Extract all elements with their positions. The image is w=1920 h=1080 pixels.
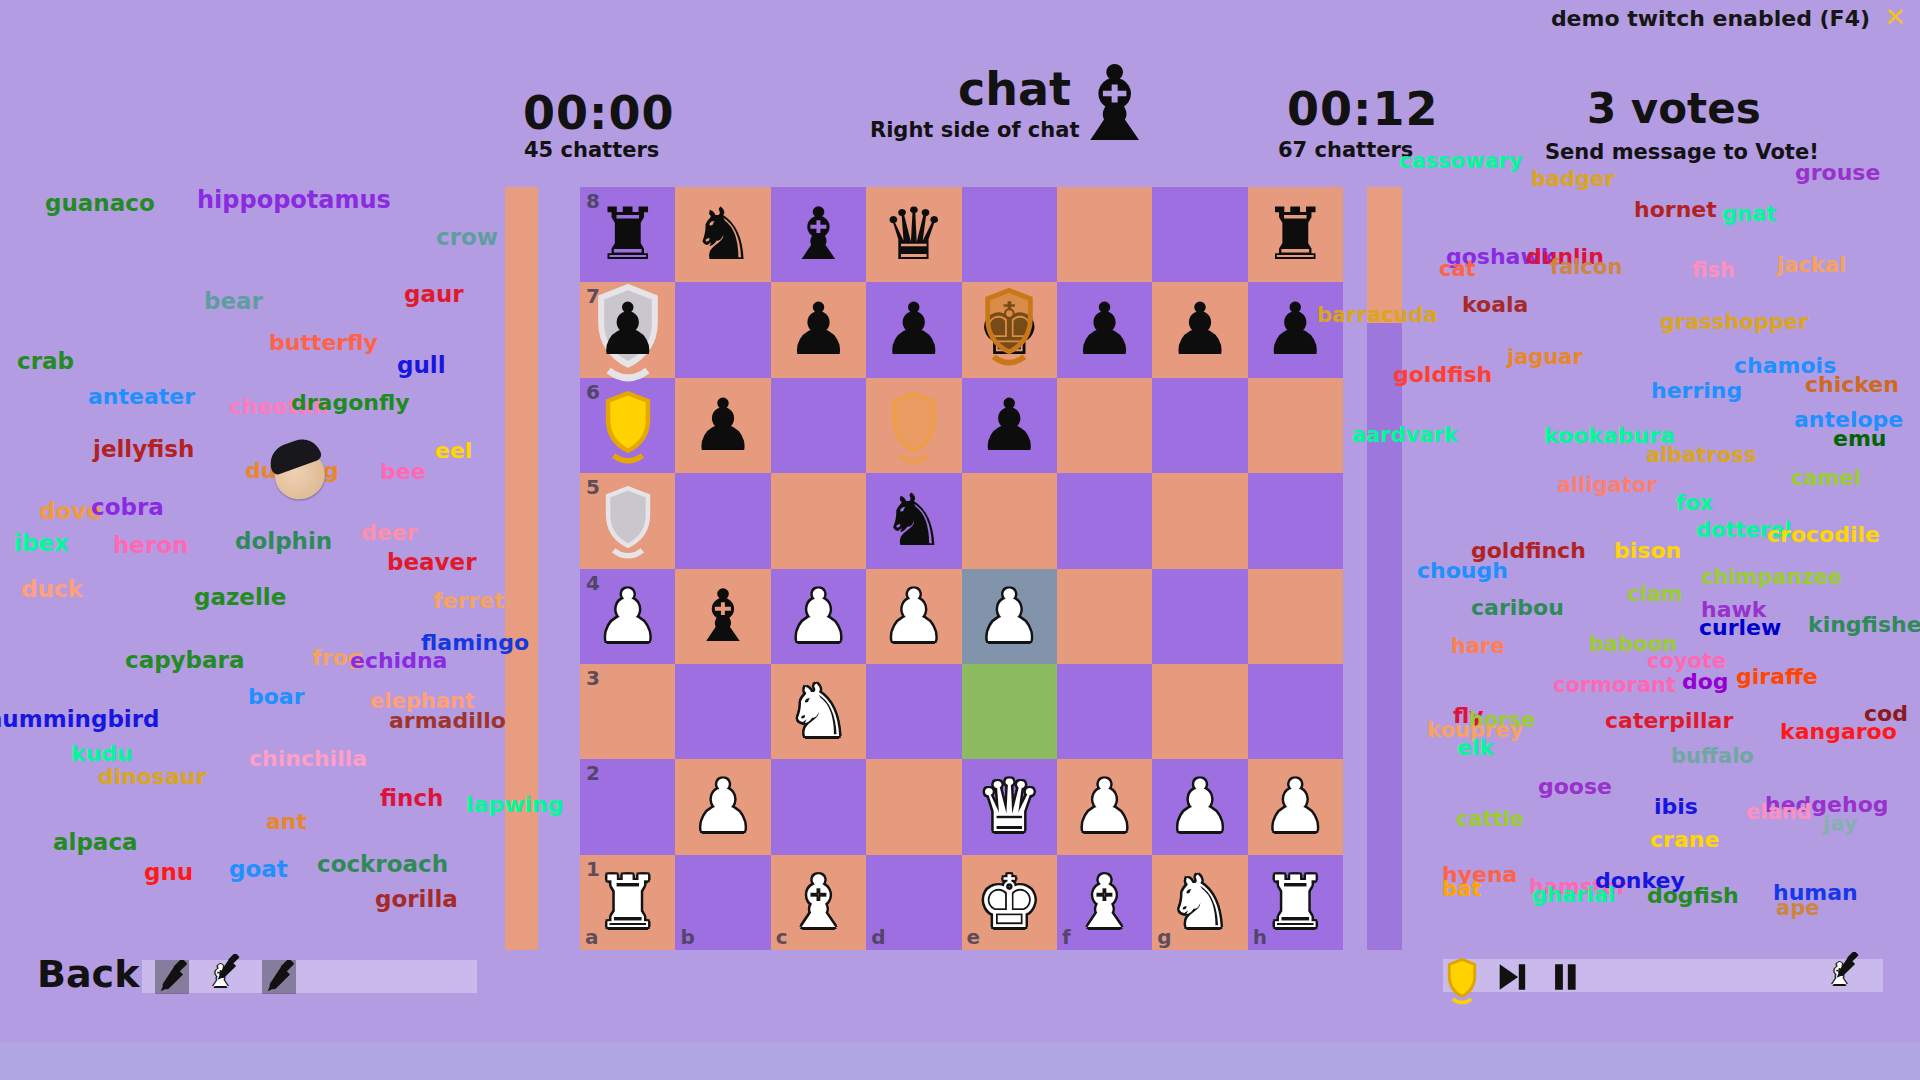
gold-shield-icon [599, 391, 657, 466]
brush-piece-button-right[interactable]: ♝ [1826, 956, 1860, 990]
square-f1[interactable]: f♝ [1057, 855, 1152, 950]
gold-shield-icon [1445, 958, 1479, 1006]
piece-black-rook: ♜ [1248, 187, 1343, 282]
square-a4[interactable]: 4♟ [580, 569, 675, 664]
square-b6[interactable]: ♟ [675, 378, 770, 473]
square-f4[interactable] [1057, 569, 1152, 664]
chess-board: 8♜♞♝♛♜7 ♟♟♟ ♚♟♟♟6 ♟ ♟5 ♞4♟♝♟♟♟3♞2♟♛♟♟♟1a… [580, 187, 1343, 950]
chatter-name-cat: cat [1439, 257, 1476, 281]
chatter-name-butterfly: butterfly [269, 330, 378, 355]
chatter-name-ferret: ferret [433, 588, 505, 613]
vote-count: 3 votes [1587, 84, 1761, 133]
chatter-name-caterpillar: caterpillar [1605, 708, 1733, 733]
chatter-name-goldfish: goldfish [1393, 362, 1492, 387]
chatter-name-albatross: albatross [1646, 443, 1756, 467]
chatter-name-falcon: falcon [1550, 255, 1622, 279]
square-a2[interactable]: 2 [580, 759, 675, 854]
square-f2[interactable]: ♟ [1057, 759, 1152, 854]
chatter-name-beaver: beaver [387, 549, 477, 575]
chatter-name-caribou: caribou [1471, 595, 1564, 620]
square-c7[interactable]: ♟ [771, 282, 866, 377]
piece-black-queen: ♛ [866, 187, 961, 282]
chatter-name-bear: bear [204, 288, 263, 314]
chatter-name-chough: chough [1417, 558, 1508, 583]
paintbrush-icon [262, 960, 296, 994]
chatter-name-aardvark: aardvark [1352, 423, 1458, 447]
chatter-name-alpaca: alpaca [53, 829, 138, 855]
chatter-name-lapwing: lapwing [466, 792, 563, 817]
left-eval-bar [505, 187, 538, 950]
chatter-name-chinchilla: chinchilla [249, 746, 367, 771]
piece-white-pawn: ♟ [1248, 759, 1343, 854]
square-f3[interactable] [1057, 664, 1152, 759]
chatter-name-koala: koala [1462, 292, 1528, 317]
chatter-name-hare: hare [1451, 634, 1505, 658]
chatter-name-barracuda: barracuda [1317, 303, 1438, 327]
chatter-name-herring: herring [1651, 378, 1742, 403]
left-chatter-count: 45 chatters [524, 138, 659, 162]
rank-label: 2 [586, 761, 600, 785]
chatter-name-fish: fish [1692, 258, 1735, 282]
rank-label: 4 [586, 571, 600, 595]
chatter-name-elk: elk [1457, 735, 1494, 760]
square-f6[interactable] [1057, 378, 1152, 473]
shield-button[interactable] [1445, 958, 1479, 992]
square-c3[interactable]: ♞ [771, 664, 866, 759]
chatter-name-capybara: capybara [125, 647, 244, 673]
chatter-name-eel: eel [435, 438, 472, 463]
chatter-name-ant: ant [266, 809, 307, 834]
square-g6[interactable] [1152, 378, 1247, 473]
square-c1[interactable]: c♝ [771, 855, 866, 950]
chatter-name-kangaroo: kangaroo [1780, 719, 1897, 744]
paintbrush-icon [155, 960, 189, 994]
square-a6[interactable]: 6 [580, 378, 675, 473]
chatter-name-ibex: ibex [14, 530, 69, 556]
square-b3[interactable] [675, 664, 770, 759]
chatter-name-heron: heron [113, 532, 189, 558]
chatter-name-cormorant: cormorant [1553, 673, 1676, 697]
chatter-name-dinosaur: dinosaur [98, 764, 207, 789]
chatter-name-echidna: echidna [350, 648, 447, 673]
square-g7[interactable]: ♟ [1152, 282, 1247, 377]
square-h1[interactable]: h♜ [1248, 855, 1343, 950]
vote-subtitle: Send message to Vote! [1545, 140, 1819, 164]
square-d8[interactable]: ♛ [866, 187, 961, 282]
chatter-name-dolphin: dolphin [235, 528, 332, 554]
piece-black-knight: ♞ [675, 187, 770, 282]
chatter-name-crow: crow [436, 224, 498, 250]
file-label: c [776, 925, 788, 949]
square-g8[interactable] [1152, 187, 1247, 282]
square-f8[interactable] [1057, 187, 1152, 282]
square-b1[interactable]: b [675, 855, 770, 950]
right-eval-bar [1367, 187, 1402, 950]
chatter-name-crab: crab [17, 348, 74, 374]
square-b4[interactable]: ♝ [675, 569, 770, 664]
square-e8[interactable] [962, 187, 1057, 282]
square-h2[interactable]: ♟ [1248, 759, 1343, 854]
brush-button-1[interactable] [155, 960, 189, 994]
file-label: d [871, 925, 885, 949]
paintbrush-icon [1832, 952, 1860, 980]
square-e4[interactable]: ♟ [962, 569, 1057, 664]
chatter-name-grasshopper: grasshopper [1660, 310, 1809, 334]
square-g1[interactable]: g♞ [1152, 855, 1247, 950]
square-e2[interactable]: ♛ [962, 759, 1057, 854]
chatter-name-badger: badger [1531, 167, 1615, 191]
chatter-name-goat: goat [229, 856, 288, 882]
square-d2[interactable] [866, 759, 961, 854]
rank-label: 1 [586, 857, 600, 881]
piece-black-pawn: ♟ [1057, 282, 1152, 377]
chatter-name-chicken: chicken [1805, 372, 1899, 397]
chat-subtitle: Right side of chat [870, 118, 1079, 142]
orange-faint-shield-icon [885, 391, 943, 466]
right-chatter-count: 67 chatters [1278, 138, 1413, 162]
chatter-name-hummingbird: hummingbird [0, 706, 160, 732]
pause-button[interactable] [1548, 960, 1582, 994]
rank-label: 3 [586, 666, 600, 690]
square-d4[interactable]: ♟ [866, 569, 961, 664]
chatter-name-cockroach: cockroach [317, 851, 448, 877]
chatter-name-grouse: grouse [1795, 160, 1880, 185]
chatter-name-dragonfly: dragonfly [291, 390, 410, 415]
skip-next-button[interactable] [1494, 960, 1528, 994]
chatter-name-fox: fox [1676, 491, 1713, 515]
chatter-name-emu: emu [1833, 426, 1887, 451]
square-c5[interactable] [771, 473, 866, 568]
bottom-band [0, 1042, 1920, 1080]
chatter-name-curlew: curlew [1699, 615, 1781, 640]
square-a8[interactable]: 8♜ [580, 187, 675, 282]
silver-shield-icon [599, 486, 657, 561]
chatter-name-goose: goose [1538, 774, 1612, 799]
chatter-name-dog: dog [1682, 669, 1729, 694]
chatter-name-finch: finch [380, 785, 443, 811]
square-d5[interactable]: ♞ [866, 473, 961, 568]
chatter-name-gorilla: gorilla [375, 886, 458, 912]
rank-label: 6 [586, 380, 600, 404]
brush-button-2[interactable] [262, 960, 296, 994]
black-clock: 00:12 [1287, 82, 1438, 136]
piece-white-pawn: ♟ [1057, 759, 1152, 854]
piece-white-pawn: ♟ [866, 569, 961, 664]
chatter-name-gnat: gnat [1722, 202, 1776, 226]
chatter-name-clam: clam [1627, 582, 1683, 606]
square-b8[interactable]: ♞ [675, 187, 770, 282]
chatter-name-eland: eland [1746, 800, 1812, 824]
rank-label: 8 [586, 189, 600, 213]
square-b5[interactable] [675, 473, 770, 568]
square-b7[interactable] [675, 282, 770, 377]
piece-black-bishop: ♝ [771, 187, 866, 282]
square-a3[interactable]: 3 [580, 664, 675, 759]
chatter-name-giraffe: giraffe [1736, 664, 1818, 689]
square-d6[interactable] [866, 378, 961, 473]
piece-black-pawn: ♟ [1248, 282, 1343, 377]
chatter-name-chimpanzee: chimpanzee [1701, 565, 1842, 589]
square-a7[interactable]: 7 ♟ [580, 282, 675, 377]
chatter-name-hornet: hornet [1634, 197, 1717, 222]
square-h4[interactable] [1248, 569, 1343, 664]
chatter-name-gazelle: gazelle [194, 584, 286, 610]
square-e1[interactable]: e♚ [962, 855, 1057, 950]
piece-black-knight: ♞ [866, 473, 961, 568]
square-h8[interactable]: ♜ [1248, 187, 1343, 282]
square-c4[interactable]: ♟ [771, 569, 866, 664]
chatter-name-crocodile: crocodile [1767, 522, 1880, 547]
square-e7[interactable]: ♚ [962, 282, 1057, 377]
chatter-name-gull: gull [397, 352, 446, 378]
chatter-name-gnu: gnu [144, 859, 193, 885]
chatter-name-kingfisher: kingfisher [1808, 612, 1920, 637]
square-f5[interactable] [1057, 473, 1152, 568]
square-c8[interactable]: ♝ [771, 187, 866, 282]
chatter-name-boar: boar [248, 684, 305, 709]
square-d7[interactable]: ♟ [866, 282, 961, 377]
piece-black-pawn: ♟ [866, 282, 961, 377]
chatter-name-duck: duck [21, 576, 83, 602]
square-g2[interactable]: ♟ [1152, 759, 1247, 854]
rank-label: 7 [586, 284, 600, 308]
skip-next-icon [1494, 960, 1528, 994]
brush-piece-button[interactable]: ♝ [207, 958, 241, 992]
square-d3[interactable] [866, 664, 961, 759]
rank-label: 5 [586, 475, 600, 499]
close-icon[interactable]: ✕ [1884, 2, 1906, 32]
file-label: g [1157, 925, 1171, 949]
chatter-name-jaguar: jaguar [1507, 345, 1583, 369]
pause-icon [1548, 960, 1582, 994]
chatter-name-bee: bee [380, 459, 426, 484]
paintbrush-icon [213, 954, 241, 982]
square-b2[interactable]: ♟ [675, 759, 770, 854]
square-c2[interactable] [771, 759, 866, 854]
chatter-name-guanaco: guanaco [45, 190, 155, 216]
chatter-name-crane: crane [1650, 827, 1719, 852]
piece-white-pawn: ♟ [675, 759, 770, 854]
piece-white-pawn: ♟ [771, 569, 866, 664]
square-e5[interactable] [962, 473, 1057, 568]
piece-white-pawn: ♟ [1152, 759, 1247, 854]
piece-black-pawn: ♟ [1152, 282, 1247, 377]
chatter-name-cassowary: cassowary [1399, 149, 1523, 173]
chatter-name-camel: camel [1791, 466, 1861, 490]
chatter-name-ape: ape [1776, 896, 1819, 920]
demo-banner-text: demo twitch enabled (F4) [1551, 6, 1870, 31]
square-e6[interactable]: ♟ [962, 378, 1057, 473]
piece-black-bishop: ♝ [675, 569, 770, 664]
square-g3[interactable] [1152, 664, 1247, 759]
black-bishop-icon: ♝ [1068, 52, 1161, 156]
square-h3[interactable] [1248, 664, 1343, 759]
chatter-name-jackal: jackal [1777, 253, 1846, 277]
left-progress-track[interactable] [142, 960, 477, 993]
piece-white-bishop: ♝ [1057, 855, 1152, 950]
piece-black-pawn: ♟ [771, 282, 866, 377]
square-h7[interactable]: ♟ [1248, 282, 1343, 377]
chatter-name-cobra: cobra [91, 494, 164, 520]
square-g5[interactable] [1152, 473, 1247, 568]
piece-white-queen: ♛ [962, 759, 1057, 854]
back-button[interactable]: Back [37, 952, 139, 996]
chatter-name-jay: jay [1823, 812, 1857, 836]
square-e3[interactable] [962, 664, 1057, 759]
square-g4[interactable] [1152, 569, 1247, 664]
chatter-name-bat: bat [1442, 877, 1481, 901]
file-label: b [680, 925, 694, 949]
chat-title: chat [958, 62, 1071, 116]
chatter-name-bison: bison [1614, 538, 1681, 563]
chatter-name-kudu: kudu [71, 741, 133, 766]
file-label: e [967, 925, 981, 949]
square-f7[interactable]: ♟ [1057, 282, 1152, 377]
chatter-name-cattle: cattle [1456, 807, 1524, 831]
square-a1[interactable]: 1a♜ [580, 855, 675, 950]
file-label: f [1062, 925, 1071, 949]
square-h6[interactable] [1248, 378, 1343, 473]
bronze-shield-icon [978, 288, 1040, 369]
white-clock: 00:00 [523, 86, 674, 140]
square-c6[interactable] [771, 378, 866, 473]
square-d1[interactable]: d [866, 855, 961, 950]
chatter-name-hippopotamus: hippopotamus [197, 186, 391, 214]
piece-white-knight: ♞ [771, 664, 866, 759]
avatar [266, 435, 335, 507]
file-label: h [1253, 925, 1267, 949]
chatter-name-armadillo: armadillo [389, 708, 506, 733]
piece-black-pawn: ♟ [675, 378, 770, 473]
chatter-name-dogfish: dogfish [1647, 883, 1739, 908]
chatter-name-anteater: anteater [88, 384, 195, 409]
chatter-name-alligator: alligator [1557, 473, 1657, 497]
piece-white-pawn: ♟ [962, 569, 1057, 664]
square-h5[interactable] [1248, 473, 1343, 568]
chatter-name-ibis: ibis [1654, 794, 1698, 819]
square-a5[interactable]: 5 [580, 473, 675, 568]
chatter-name-jellyfish: jellyfish [93, 436, 194, 462]
chatter-name-gaur: gaur [404, 281, 464, 307]
chatter-name-deer: deer [361, 520, 417, 545]
app-stage: demo twitch enabled (F4) ✕ 00:00 45 chat… [0, 0, 1920, 1080]
chatter-name-buffalo: buffalo [1671, 744, 1754, 768]
file-label: a [585, 925, 599, 949]
piece-black-pawn: ♟ [962, 378, 1057, 473]
